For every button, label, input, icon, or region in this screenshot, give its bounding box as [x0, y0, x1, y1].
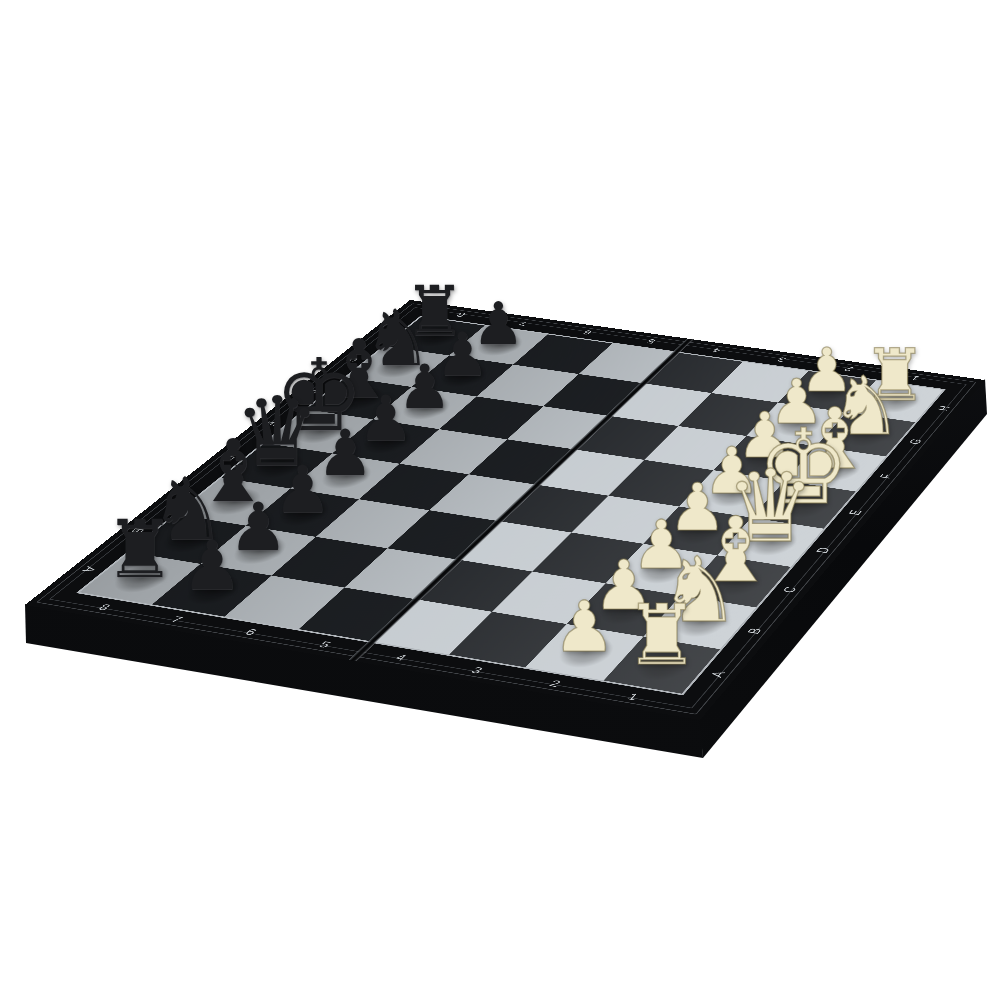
file-label-back-E: E	[257, 417, 284, 430]
rank-label-right-1: 1	[901, 373, 929, 383]
chess-board: 8877665544332211AABBCCDDEEFFGGHH	[25, 300, 985, 720]
file-label-front-C: C	[777, 582, 804, 598]
rank-label-right-5: 5	[637, 337, 665, 346]
rank-label-left-8: 8	[87, 601, 121, 614]
board-squares	[80, 317, 943, 694]
chess-set-photo: 8877665544332211AABBCCDDEEFFGGHH ♜♞♝♛♚♝♞…	[0, 0, 1000, 1000]
file-label-back-F: F	[299, 385, 326, 397]
file-label-front-B: B	[741, 623, 769, 639]
file-label-front-D: D	[811, 543, 837, 558]
file-label-front-F: F	[874, 469, 899, 483]
rank-label-left-6: 6	[234, 626, 268, 639]
file-label-front-E: E	[843, 505, 868, 519]
rank-label-right-4: 4	[702, 346, 730, 355]
file-label-front-H: H	[933, 402, 956, 415]
rank-label-left-2: 2	[538, 677, 572, 691]
rank-label-left-1: 1	[616, 690, 650, 704]
file-label-front-A: A	[704, 666, 733, 683]
rank-label-left-7: 7	[160, 613, 194, 626]
file-label-back-H: H	[377, 324, 402, 336]
file-label-back-G: G	[338, 354, 364, 366]
rank-label-left-3: 3	[460, 664, 494, 677]
rank-label-right-8: 8	[447, 310, 475, 319]
rank-label-right-6: 6	[573, 328, 601, 337]
rank-label-left-5: 5	[308, 638, 342, 651]
rank-label-right-2: 2	[834, 364, 862, 373]
rank-label-right-3: 3	[768, 355, 796, 364]
rank-label-left-4: 4	[384, 651, 418, 664]
rank-label-right-7: 7	[510, 319, 538, 328]
file-label-front-G: G	[904, 435, 928, 448]
